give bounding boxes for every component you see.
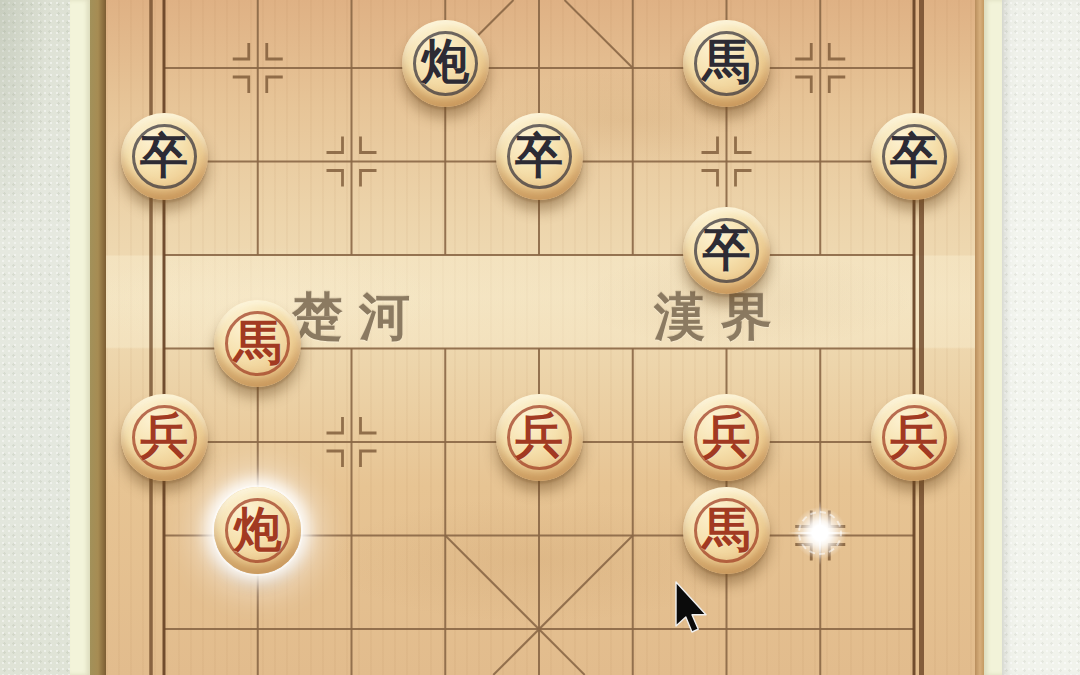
piece-character: 卒 [871, 112, 958, 199]
river-label-han-jie: 漢界 [646, 288, 796, 348]
piece-black-soldier[interactable]: 卒 [871, 113, 958, 200]
piece-black-soldier[interactable]: 卒 [496, 113, 583, 200]
river-label-chu-he: 楚河 [284, 288, 434, 348]
piece-character: 兵 [121, 393, 208, 480]
piece-character: 炮 [214, 486, 301, 573]
sparkle-ray [788, 532, 852, 534]
piece-black-soldier[interactable]: 卒 [683, 207, 770, 294]
game-screen: 楚河 漢界 炮馬卒卒卒卒馬兵兵兵兵炮馬 [0, 0, 1080, 675]
piece-red-soldier[interactable]: 兵 [496, 394, 583, 481]
piece-red-cannon[interactable]: 炮 [214, 487, 301, 574]
piece-character: 卒 [683, 206, 770, 293]
piece-red-soldier[interactable]: 兵 [871, 394, 958, 481]
piece-character: 卒 [121, 112, 208, 199]
piece-black-soldier[interactable]: 卒 [121, 113, 208, 200]
piece-black-horse[interactable]: 馬 [683, 20, 770, 107]
piece-black-cannon[interactable]: 炮 [402, 20, 489, 107]
move-target-sparkle[interactable] [788, 501, 852, 565]
mouse-cursor [675, 581, 715, 641]
piece-character: 馬 [214, 299, 301, 386]
piece-character: 兵 [496, 393, 583, 480]
piece-character: 卒 [496, 112, 583, 199]
piece-character: 炮 [402, 19, 489, 106]
board-grid [0, 0, 1080, 675]
piece-character: 馬 [683, 486, 770, 573]
piece-character: 兵 [871, 393, 958, 480]
piece-character: 兵 [683, 393, 770, 480]
piece-red-horse[interactable]: 馬 [214, 300, 301, 387]
piece-red-soldier[interactable]: 兵 [683, 394, 770, 481]
piece-red-soldier[interactable]: 兵 [121, 394, 208, 481]
piece-character: 馬 [683, 19, 770, 106]
piece-red-horse[interactable]: 馬 [683, 487, 770, 574]
